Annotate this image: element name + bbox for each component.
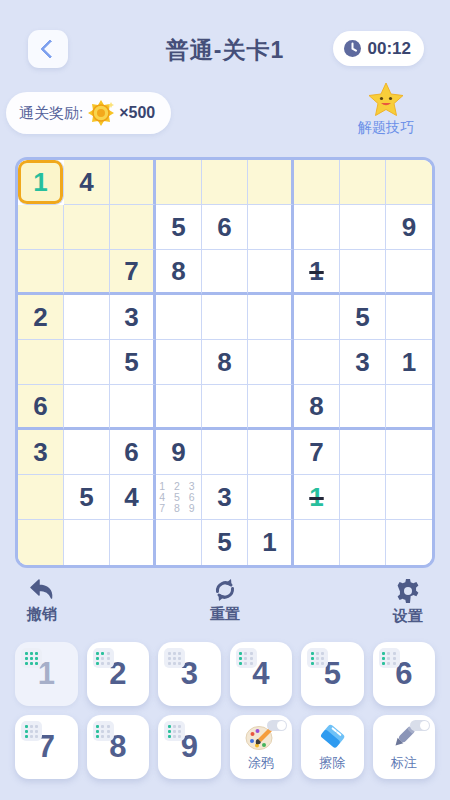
cell-r9c4[interactable] [156, 520, 202, 565]
cell-r9c9[interactable] [386, 520, 432, 565]
doodle-button[interactable]: 涂鸦 [230, 715, 293, 779]
dot-off [107, 662, 110, 665]
dot-on [168, 735, 171, 738]
dot-off [107, 657, 110, 660]
smiling-star-icon [367, 82, 405, 118]
numpad-8[interactable]: 8 [87, 715, 150, 779]
cell-r9c3[interactable] [110, 520, 156, 565]
dot-off [393, 652, 396, 655]
cell-r7c1[interactable]: 3 [18, 430, 64, 475]
mini-grid-icon [21, 721, 42, 741]
clock-icon [343, 39, 362, 58]
numpad-3[interactable]: 3 [158, 642, 221, 706]
sudoku-board: 145697812355831683697541 2 3 4 5 6 7 8 9… [15, 157, 435, 568]
dot-on [311, 662, 314, 665]
cell-r4c1[interactable]: 2 [18, 295, 64, 340]
mini-grid-icon [236, 648, 257, 668]
cell-r7c7[interactable]: 7 [294, 430, 340, 475]
dot-off [178, 735, 181, 738]
dot-on [35, 662, 38, 665]
dot-on [25, 652, 28, 655]
dot-on [25, 657, 28, 660]
cell-r3c3[interactable]: 7 [110, 250, 156, 295]
dot-on [239, 662, 242, 665]
dot-on [25, 730, 28, 733]
dot-on [311, 657, 314, 660]
cell-r9c2[interactable] [64, 520, 110, 565]
numpad-4[interactable]: 4 [230, 642, 293, 706]
dot-on [382, 657, 385, 660]
dot-off [178, 657, 181, 660]
cell-r6c4[interactable] [156, 385, 202, 430]
undo-button[interactable]: 撤销 [27, 578, 57, 626]
dot-off [168, 662, 171, 665]
dot-off [316, 662, 319, 665]
dot-off [173, 652, 176, 655]
dot-off [30, 735, 33, 738]
cell-r9c5[interactable]: 5 [202, 520, 248, 565]
undo-label: 撤销 [27, 605, 57, 624]
cell-r1c3[interactable] [110, 160, 156, 205]
cell-r5c5[interactable]: 8 [202, 340, 248, 385]
cell-r1c1[interactable]: 1 [18, 160, 64, 205]
dot-on [96, 735, 99, 738]
cell-r7c4[interactable]: 9 [156, 430, 202, 475]
dot-off [393, 662, 396, 665]
cell-r8c3[interactable]: 4 [110, 475, 156, 520]
dot-on [25, 725, 28, 728]
cell-r2c8[interactable] [340, 205, 386, 250]
erase-button[interactable]: 擦除 [301, 715, 364, 779]
numpad-6[interactable]: 6 [373, 642, 436, 706]
dot-on [96, 730, 99, 733]
reward-amount: ×500 [119, 104, 155, 122]
number-pad: 123456789涂鸦擦除标注 [15, 642, 435, 779]
tool-label: 涂鸦 [248, 754, 274, 772]
undo-icon [29, 578, 56, 602]
cell-r5c8[interactable]: 3 [340, 340, 386, 385]
dot-off [107, 725, 110, 728]
dot-off [107, 730, 110, 733]
dot-off [244, 652, 247, 655]
pencil-notes: 1 2 3 4 5 6 7 8 9 [159, 481, 197, 514]
cell-r4c4[interactable] [156, 295, 202, 340]
cell-r1c4[interactable] [156, 160, 202, 205]
dot-off [393, 657, 396, 660]
dot-off [30, 730, 33, 733]
cell-r4c2[interactable] [64, 295, 110, 340]
cell-r4c6[interactable] [248, 295, 294, 340]
dot-off [244, 662, 247, 665]
cell-r7c9[interactable] [386, 430, 432, 475]
cell-r8c4[interactable]: 1 2 3 4 5 6 7 8 9 [156, 475, 202, 520]
reward-pill: 通关奖励: ×500 [6, 92, 171, 134]
cell-r4c3[interactable]: 3 [110, 295, 156, 340]
cell-r5c4[interactable] [156, 340, 202, 385]
dot-off [316, 657, 319, 660]
cell-r5c7[interactable] [294, 340, 340, 385]
cell-r3c6[interactable] [248, 250, 294, 295]
dot-off [178, 662, 181, 665]
dot-off [173, 730, 176, 733]
cell-r7c2[interactable] [64, 430, 110, 475]
dot-on [30, 662, 33, 665]
dot-on [101, 652, 104, 655]
dot-off [250, 652, 253, 655]
tool-label: 标注 [391, 754, 417, 772]
numpad-1[interactable]: 1 [15, 642, 78, 706]
dot-off [35, 730, 38, 733]
cell-r2c3[interactable] [110, 205, 156, 250]
dot-on [30, 657, 33, 660]
timer-value: 00:12 [368, 39, 411, 59]
cell-r9c7[interactable] [294, 520, 340, 565]
cell-r5c3[interactable]: 5 [110, 340, 156, 385]
cell-r2c2[interactable] [64, 205, 110, 250]
cell-r9c8[interactable] [340, 520, 386, 565]
dot-off [250, 662, 253, 665]
dot-off [173, 735, 176, 738]
cell-r2c5[interactable]: 6 [202, 205, 248, 250]
dot-off [101, 730, 104, 733]
mini-grid-icon [21, 648, 42, 668]
settings-label: 设置 [393, 607, 423, 626]
numpad-9[interactable]: 9 [158, 715, 221, 779]
cell-r5c1[interactable] [18, 340, 64, 385]
cell-r8c8[interactable] [340, 475, 386, 520]
cell-r6c8[interactable] [340, 385, 386, 430]
mini-grid-icon [93, 721, 114, 741]
settings-button[interactable]: 设置 [393, 578, 423, 626]
cell-r8c9[interactable] [386, 475, 432, 520]
cell-r7c3[interactable]: 6 [110, 430, 156, 475]
cell-r4c7[interactable] [294, 295, 340, 340]
mini-grid-icon [164, 648, 185, 668]
dot-on [30, 652, 33, 655]
dot-off [321, 662, 324, 665]
cell-r6c3[interactable] [110, 385, 156, 430]
cell-r6c7[interactable]: 8 [294, 385, 340, 430]
cell-r2c4[interactable]: 5 [156, 205, 202, 250]
dot-off [387, 662, 390, 665]
cell-r8c7[interactable]: 1 [294, 475, 340, 520]
dot-on [35, 657, 38, 660]
dot-off [107, 652, 110, 655]
timer-pill: 00:12 [333, 31, 424, 66]
dot-off [387, 657, 390, 660]
dot-off [168, 657, 171, 660]
cell-r6c1[interactable]: 6 [18, 385, 64, 430]
cell-r3c5[interactable] [202, 250, 248, 295]
dot-off [321, 652, 324, 655]
toggle-switch[interactable] [267, 720, 287, 731]
dot-off [178, 730, 181, 733]
cell-r4c9[interactable] [386, 295, 432, 340]
cell-r2c6[interactable] [248, 205, 294, 250]
dot-off [316, 652, 319, 655]
gold-coin-icon [86, 98, 116, 128]
mini-grid-icon [93, 648, 114, 668]
cell-r3c1[interactable] [18, 250, 64, 295]
dot-on [168, 725, 171, 728]
cell-r3c9[interactable] [386, 250, 432, 295]
dot-on [25, 662, 28, 665]
cell-r7c5[interactable] [202, 430, 248, 475]
dot-off [101, 725, 104, 728]
numpad-2[interactable]: 2 [87, 642, 150, 706]
mini-grid-icon [379, 648, 400, 668]
reset-button[interactable]: 重置 [210, 578, 240, 626]
reset-label: 重置 [210, 605, 240, 624]
dot-on [168, 730, 171, 733]
numpad-7[interactable]: 7 [15, 715, 78, 779]
dot-off [321, 657, 324, 660]
dot-on [382, 652, 385, 655]
dot-off [250, 657, 253, 660]
dot-off [101, 662, 104, 665]
dot-off [168, 652, 171, 655]
dot-off [101, 657, 104, 660]
dot-off [178, 652, 181, 655]
cell-r9c1[interactable] [18, 520, 64, 565]
cell-r4c8[interactable]: 5 [340, 295, 386, 340]
dot-on [96, 662, 99, 665]
reset-icon [212, 578, 238, 602]
mini-grid-icon [307, 648, 328, 668]
cell-r9c6[interactable]: 1 [248, 520, 294, 565]
cell-r3c7[interactable]: 1 [294, 250, 340, 295]
cell-r1c8[interactable] [340, 160, 386, 205]
cell-r1c9[interactable] [386, 160, 432, 205]
dot-off [35, 735, 38, 738]
cell-r5c9[interactable]: 1 [386, 340, 432, 385]
cell-r1c6[interactable] [248, 160, 294, 205]
action-toolbar: 撤销 重置 设置 [0, 578, 450, 626]
tool-label: 擦除 [319, 754, 345, 772]
cell-r3c8[interactable] [340, 250, 386, 295]
annotate-button[interactable]: 标注 [373, 715, 436, 779]
mini-grid-icon [164, 721, 185, 741]
toggle-switch[interactable] [410, 720, 430, 731]
cell-r1c5[interactable] [202, 160, 248, 205]
cell-r8c5[interactable]: 3 [202, 475, 248, 520]
cell-r1c2[interactable]: 4 [64, 160, 110, 205]
cell-r8c6[interactable] [248, 475, 294, 520]
numpad-5[interactable]: 5 [301, 642, 364, 706]
cell-r3c4[interactable]: 8 [156, 250, 202, 295]
reward-label: 通关奖励: [19, 104, 83, 123]
dot-off [244, 657, 247, 660]
dot-on [96, 652, 99, 655]
cell-r8c2[interactable]: 5 [64, 475, 110, 520]
cell-r2c1[interactable] [18, 205, 64, 250]
dot-off [101, 735, 104, 738]
cell-r4c5[interactable] [202, 295, 248, 340]
cell-r6c2[interactable] [64, 385, 110, 430]
cell-r5c2[interactable] [64, 340, 110, 385]
dot-on [35, 652, 38, 655]
eraser-icon [316, 722, 348, 752]
cell-r7c6[interactable] [248, 430, 294, 475]
solving-tips-label: 解题技巧 [358, 119, 414, 137]
dot-on [96, 657, 99, 660]
cell-r6c9[interactable] [386, 385, 432, 430]
cell-r6c6[interactable] [248, 385, 294, 430]
dot-on [239, 657, 242, 660]
dot-off [30, 725, 33, 728]
dot-off [35, 725, 38, 728]
dot-on [25, 735, 28, 738]
dot-on [311, 652, 314, 655]
dot-on [382, 662, 385, 665]
cell-r8c1[interactable] [18, 475, 64, 520]
cell-r6c5[interactable] [202, 385, 248, 430]
dot-off [173, 662, 176, 665]
solving-tips-button[interactable]: 解题技巧 [344, 82, 428, 137]
cell-r2c9[interactable]: 9 [386, 205, 432, 250]
dot-on [239, 652, 242, 655]
dot-off [107, 735, 110, 738]
dot-off [173, 657, 176, 660]
cell-r1c7[interactable] [294, 160, 340, 205]
cell-r2c7[interactable] [294, 205, 340, 250]
cell-r7c8[interactable] [340, 430, 386, 475]
dot-on [96, 725, 99, 728]
dot-off [173, 725, 176, 728]
cell-r3c2[interactable] [64, 250, 110, 295]
dot-off [178, 725, 181, 728]
gear-icon [395, 578, 421, 604]
cell-r5c6[interactable] [248, 340, 294, 385]
dot-off [387, 652, 390, 655]
